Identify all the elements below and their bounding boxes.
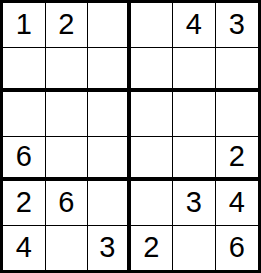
cell-r3c4[interactable] [131,92,174,137]
cell-r5c2[interactable]: 6 [46,181,89,226]
cell-r2c2[interactable] [46,48,89,93]
cell-r3c1[interactable] [3,92,46,137]
cell-r1c4[interactable] [131,3,174,48]
cell-r2c6[interactable] [216,48,259,93]
cell-r6c4[interactable]: 2 [131,226,174,271]
cell-r1c5[interactable]: 4 [173,3,216,48]
cell-r6c6[interactable]: 6 [216,226,259,271]
cell-r6c3[interactable]: 3 [88,226,131,271]
cell-r5c3[interactable] [88,181,131,226]
cell-r2c4[interactable] [131,48,174,93]
cell-r6c1[interactable]: 4 [3,226,46,271]
cell-r4c4[interactable] [131,137,174,182]
cell-r6c2[interactable] [46,226,89,271]
cell-r2c1[interactable] [3,48,46,93]
cell-r4c2[interactable] [46,137,89,182]
cell-r5c4[interactable] [131,181,174,226]
cell-r4c5[interactable] [173,137,216,182]
cell-r1c2[interactable]: 2 [46,3,89,48]
cell-r3c2[interactable] [46,92,89,137]
cell-r3c5[interactable] [173,92,216,137]
cell-r2c3[interactable] [88,48,131,93]
cell-r4c1[interactable]: 6 [3,137,46,182]
cell-r5c1[interactable]: 2 [3,181,46,226]
cell-r4c3[interactable] [88,137,131,182]
cell-r2c5[interactable] [173,48,216,93]
cell-r6c5[interactable] [173,226,216,271]
sudoku-board: 12436226344326 [0,0,261,273]
cell-r4c6[interactable]: 2 [216,137,259,182]
cell-r3c6[interactable] [216,92,259,137]
cell-r5c5[interactable]: 3 [173,181,216,226]
cell-r1c3[interactable] [88,3,131,48]
cell-r1c1[interactable]: 1 [3,3,46,48]
cell-r3c3[interactable] [88,92,131,137]
cell-r1c6[interactable]: 3 [216,3,259,48]
cell-r5c6[interactable]: 4 [216,181,259,226]
